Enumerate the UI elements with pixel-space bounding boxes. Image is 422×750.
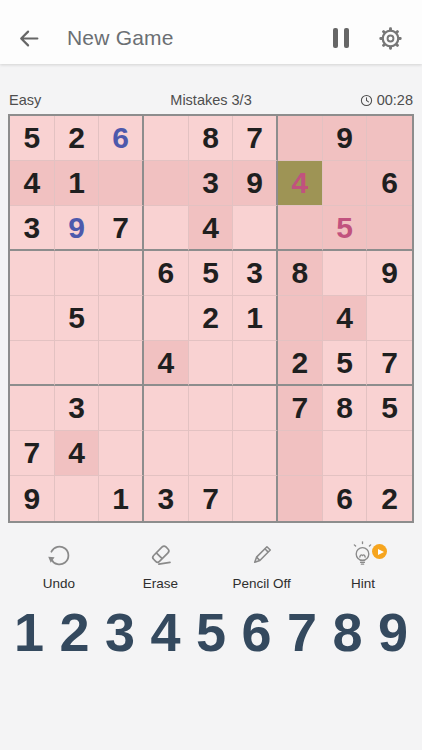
- cell-r1c4[interactable]: [144, 116, 189, 161]
- number-pad: 123456789: [0, 605, 422, 659]
- cell-r4c2[interactable]: [55, 251, 100, 296]
- eraser-icon: [146, 539, 175, 571]
- cell-r9c7[interactable]: [278, 476, 323, 521]
- cell-r4c3[interactable]: [99, 251, 144, 296]
- cell-r7c8[interactable]: 8: [323, 386, 368, 431]
- cell-r9c8[interactable]: 6: [323, 476, 368, 521]
- cell-r3c1[interactable]: 3: [10, 206, 55, 251]
- numkey-3[interactable]: 3: [105, 605, 135, 659]
- clock-icon: [360, 94, 373, 107]
- cell-r2c9[interactable]: 6: [367, 161, 412, 206]
- cell-r1c2[interactable]: 2: [55, 116, 100, 161]
- erase-label: Erase: [143, 576, 178, 591]
- pencil-label: Pencil Off: [233, 576, 291, 591]
- numkey-1[interactable]: 1: [14, 605, 44, 659]
- numkey-8[interactable]: 8: [332, 605, 362, 659]
- cell-r5c4[interactable]: [144, 296, 189, 341]
- cell-r3c2[interactable]: 9: [55, 206, 100, 251]
- cell-r8c4[interactable]: [144, 431, 189, 476]
- cell-r4c9[interactable]: 9: [367, 251, 412, 296]
- cell-r3c4[interactable]: [144, 206, 189, 251]
- lightbulb-icon: [347, 539, 378, 571]
- cell-r2c1[interactable]: 4: [10, 161, 55, 206]
- cell-r6c5[interactable]: [189, 341, 234, 386]
- cell-r7c9[interactable]: 5: [367, 386, 412, 431]
- cell-r7c2[interactable]: 3: [55, 386, 100, 431]
- numkey-6[interactable]: 6: [241, 605, 271, 659]
- numkey-4[interactable]: 4: [150, 605, 180, 659]
- cell-r5c9[interactable]: [367, 296, 412, 341]
- cell-r4c5[interactable]: 5: [189, 251, 234, 296]
- cell-r2c2[interactable]: 1: [55, 161, 100, 206]
- cell-r4c8[interactable]: [323, 251, 368, 296]
- cell-r7c7[interactable]: 7: [278, 386, 323, 431]
- cell-r5c8[interactable]: 4: [323, 296, 368, 341]
- difficulty-label: Easy: [9, 92, 41, 108]
- toolbar: Undo Erase Pencil Off: [0, 539, 422, 591]
- cell-r3c9[interactable]: [367, 206, 412, 251]
- cell-r3c5[interactable]: 4: [189, 206, 234, 251]
- numkey-5[interactable]: 5: [196, 605, 226, 659]
- app-bar: New Game: [0, 0, 422, 64]
- cell-r3c8[interactable]: 5: [323, 206, 368, 251]
- cell-r9c3[interactable]: 1: [99, 476, 144, 521]
- cell-r7c3[interactable]: [99, 386, 144, 431]
- status-bar: Easy Mistakes 3/3 00:28: [0, 90, 422, 110]
- page-title: New Game: [67, 26, 333, 50]
- gear-icon: [377, 25, 404, 52]
- cell-r7c4[interactable]: [144, 386, 189, 431]
- timer: 00:28: [360, 92, 413, 108]
- cell-r2c6[interactable]: 9: [233, 161, 278, 206]
- cell-r1c9[interactable]: [367, 116, 412, 161]
- cell-r1c8[interactable]: 9: [323, 116, 368, 161]
- cell-r5c3[interactable]: [99, 296, 144, 341]
- cell-r8c6[interactable]: [233, 431, 278, 476]
- cell-r3c7[interactable]: [278, 206, 323, 251]
- pencil-icon: [247, 539, 276, 571]
- cell-r7c5[interactable]: [189, 386, 234, 431]
- timer-value: 00:28: [377, 92, 413, 108]
- cell-r2c5[interactable]: 3: [189, 161, 234, 206]
- cell-r8c1[interactable]: 7: [10, 431, 55, 476]
- app-bar-actions: [333, 25, 404, 52]
- cell-r4c6[interactable]: 3: [233, 251, 278, 296]
- numkey-2[interactable]: 2: [59, 605, 89, 659]
- cell-r6c9[interactable]: 7: [367, 341, 412, 386]
- cell-r1c5[interactable]: 8: [189, 116, 234, 161]
- cell-r7c1[interactable]: [10, 386, 55, 431]
- cell-r4c1[interactable]: [10, 251, 55, 296]
- cell-r1c3[interactable]: 6: [99, 116, 144, 161]
- cell-r8c3[interactable]: [99, 431, 144, 476]
- arrow-left-icon: [16, 26, 41, 51]
- cell-r5c5[interactable]: 2: [189, 296, 234, 341]
- cell-r9c9[interactable]: 2: [367, 476, 412, 521]
- cell-r6c6[interactable]: [233, 341, 278, 386]
- cell-r2c7[interactable]: 4: [278, 161, 323, 206]
- numkey-9[interactable]: 9: [378, 605, 408, 659]
- undo-icon: [45, 539, 74, 571]
- cell-r2c3[interactable]: [99, 161, 144, 206]
- pause-icon: [333, 28, 338, 48]
- cell-r5c1[interactable]: [10, 296, 55, 341]
- cell-r5c6[interactable]: 1: [233, 296, 278, 341]
- cell-r6c2[interactable]: [55, 341, 100, 386]
- hint-label: Hint: [351, 576, 375, 591]
- cell-r7c6[interactable]: [233, 386, 278, 431]
- cell-r9c1[interactable]: 9: [10, 476, 55, 521]
- mistakes-label: Mistakes 3/3: [170, 92, 251, 108]
- numkey-7[interactable]: 7: [287, 605, 317, 659]
- hint-button[interactable]: Hint: [320, 539, 406, 591]
- back-button[interactable]: [16, 26, 41, 51]
- ad-play-badge: [372, 544, 387, 559]
- undo-label: Undo: [43, 576, 75, 591]
- cell-r3c6[interactable]: [233, 206, 278, 251]
- cell-r1c7[interactable]: [278, 116, 323, 161]
- cell-r6c8[interactable]: 5: [323, 341, 368, 386]
- cell-r1c6[interactable]: 7: [233, 116, 278, 161]
- cell-r8c5[interactable]: [189, 431, 234, 476]
- undo-button[interactable]: Undo: [16, 539, 102, 591]
- cell-r9c4[interactable]: 3: [144, 476, 189, 521]
- cell-r8c8[interactable]: [323, 431, 368, 476]
- settings-button[interactable]: [377, 25, 404, 52]
- cell-r9c2[interactable]: [55, 476, 100, 521]
- cell-r5c7[interactable]: [278, 296, 323, 341]
- cell-r6c4[interactable]: 4: [144, 341, 189, 386]
- cell-r8c9[interactable]: [367, 431, 412, 476]
- pause-button[interactable]: [333, 28, 349, 48]
- cell-r4c4[interactable]: 6: [144, 251, 189, 296]
- cell-r6c3[interactable]: [99, 341, 144, 386]
- cell-r8c7[interactable]: [278, 431, 323, 476]
- cell-r1c1[interactable]: 5: [10, 116, 55, 161]
- pencil-button[interactable]: Pencil Off: [219, 539, 305, 591]
- cell-r8c2[interactable]: 4: [55, 431, 100, 476]
- cell-r9c6[interactable]: [233, 476, 278, 521]
- cell-r5c2[interactable]: 5: [55, 296, 100, 341]
- cell-r2c8[interactable]: [323, 161, 368, 206]
- sudoku-grid: 5268794139463974565389521442573785749137…: [8, 114, 414, 523]
- cell-r6c1[interactable]: [10, 341, 55, 386]
- cell-r4c7[interactable]: 8: [278, 251, 323, 296]
- cell-r6c7[interactable]: 2: [278, 341, 323, 386]
- cell-r2c4[interactable]: [144, 161, 189, 206]
- cell-r3c3[interactable]: 7: [99, 206, 144, 251]
- erase-button[interactable]: Erase: [117, 539, 203, 591]
- cell-r9c5[interactable]: 7: [189, 476, 234, 521]
